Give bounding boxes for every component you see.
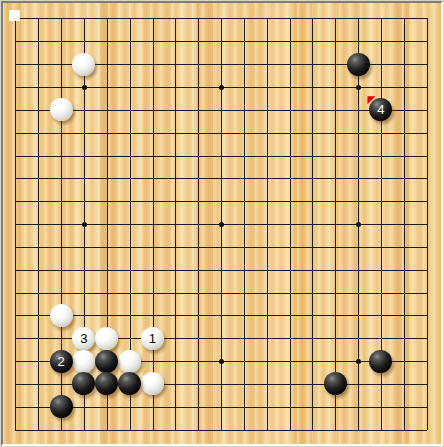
stone-white-D5[interactable]: 3 [72, 327, 95, 350]
goban[interactable]: 3142 [1, 1, 443, 446]
stone-white-C15[interactable] [50, 98, 73, 121]
stone-white-G5[interactable]: 1 [141, 327, 164, 350]
stone-white-G3[interactable] [141, 372, 164, 395]
stone-black-R4[interactable] [369, 350, 392, 373]
stone-white-D4[interactable] [72, 350, 95, 373]
last-move-triangle-icon [367, 96, 375, 104]
stone-white-C6[interactable] [50, 304, 73, 327]
stone-black-R15[interactable]: 4 [369, 98, 392, 121]
stone-black-P3[interactable] [324, 372, 347, 395]
move-number-label: 2 [57, 355, 64, 368]
stone-black-Q17[interactable] [347, 53, 370, 76]
stone-black-D3[interactable] [72, 372, 95, 395]
stones-grid: 3142 [4, 7, 439, 442]
board-surface: 3142 [3, 3, 441, 444]
stone-white-D17[interactable] [72, 53, 95, 76]
stone-white-E5[interactable] [95, 327, 118, 350]
move-number-label: 4 [377, 103, 384, 116]
stone-black-C2[interactable] [50, 395, 73, 418]
stone-black-C4[interactable]: 2 [50, 350, 73, 373]
stone-black-F3[interactable] [118, 372, 141, 395]
move-number-label: 1 [149, 332, 156, 345]
go-app-window: 3142 [0, 0, 444, 447]
stone-black-E3[interactable] [95, 372, 118, 395]
stone-black-E4[interactable] [95, 350, 118, 373]
move-number-label: 3 [80, 332, 87, 345]
stone-white-F4[interactable] [118, 350, 141, 373]
